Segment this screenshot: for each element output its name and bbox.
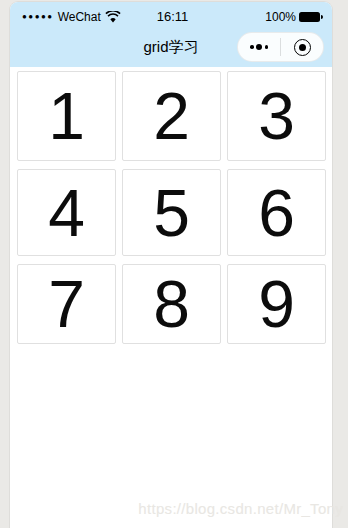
signal-strength-icon: ●●●●● bbox=[22, 12, 54, 20]
exit-button[interactable] bbox=[281, 33, 323, 61]
grid-cell-4[interactable]: 4 bbox=[17, 169, 116, 256]
app-header: ●●●●● WeChat 16:11 100% grid学习 bbox=[10, 2, 332, 67]
grid-cell-9[interactable]: 9 bbox=[227, 264, 326, 344]
status-right: 100% bbox=[188, 10, 323, 24]
grid-cell-6[interactable]: 6 bbox=[227, 169, 326, 256]
page-title: grid学习 bbox=[143, 38, 198, 57]
target-circle-icon bbox=[294, 39, 311, 56]
more-button[interactable] bbox=[238, 33, 280, 61]
nav-bar: grid学习 bbox=[10, 28, 332, 67]
number-grid: 1 2 3 4 5 6 7 8 9 bbox=[17, 71, 326, 344]
phone-screen: ●●●●● WeChat 16:11 100% grid学习 bbox=[10, 2, 332, 528]
grid-cell-2[interactable]: 2 bbox=[122, 71, 221, 161]
grid-cell-7[interactable]: 7 bbox=[17, 264, 116, 344]
grid-cell-3[interactable]: 3 bbox=[227, 71, 326, 161]
wifi-icon bbox=[105, 11, 121, 23]
grid-cell-8[interactable]: 8 bbox=[122, 264, 221, 344]
status-bar: ●●●●● WeChat 16:11 100% bbox=[10, 5, 332, 28]
carrier-label: WeChat bbox=[58, 10, 101, 24]
more-icon bbox=[250, 44, 268, 50]
capsule-menu bbox=[237, 32, 324, 62]
page-content: 1 2 3 4 5 6 7 8 9 bbox=[10, 67, 332, 344]
status-left: ●●●●● WeChat bbox=[22, 10, 157, 24]
grid-cell-1[interactable]: 1 bbox=[17, 71, 116, 161]
clock-label: 16:11 bbox=[157, 9, 189, 24]
battery-percent-label: 100% bbox=[265, 10, 296, 24]
grid-cell-5[interactable]: 5 bbox=[122, 169, 221, 256]
battery-icon bbox=[299, 12, 320, 22]
csdn-watermark: https://blog.csdn.net/Mr_Tony bbox=[138, 500, 343, 517]
